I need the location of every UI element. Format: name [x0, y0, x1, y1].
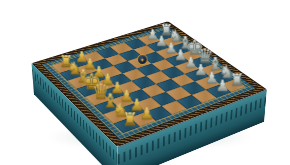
square-b7: ♟: [195, 76, 220, 89]
product-photo-scene: ♜♟♟♜♞♟♟♞♝♟✦♟♝♚♟♟♚♛♟♟♛♝♟♟♝♞♟♟♞♜♟♟♜: [0, 0, 290, 165]
crest-medallion: ✦: [137, 54, 148, 65]
square-b8: ♞: [209, 71, 234, 84]
piece-silver-rook-h8: ♜: [147, 23, 185, 38]
square-a1: ♜: [113, 118, 140, 134]
crest-glyph: ✦: [138, 55, 147, 64]
chess-box: ♜♟♟♜♞♟♟♞♝♟✦♟♝♚♟♟♚♛♟♟♛♝♟♟♝♞♟♟♞♜♟♟♜: [32, 21, 267, 147]
